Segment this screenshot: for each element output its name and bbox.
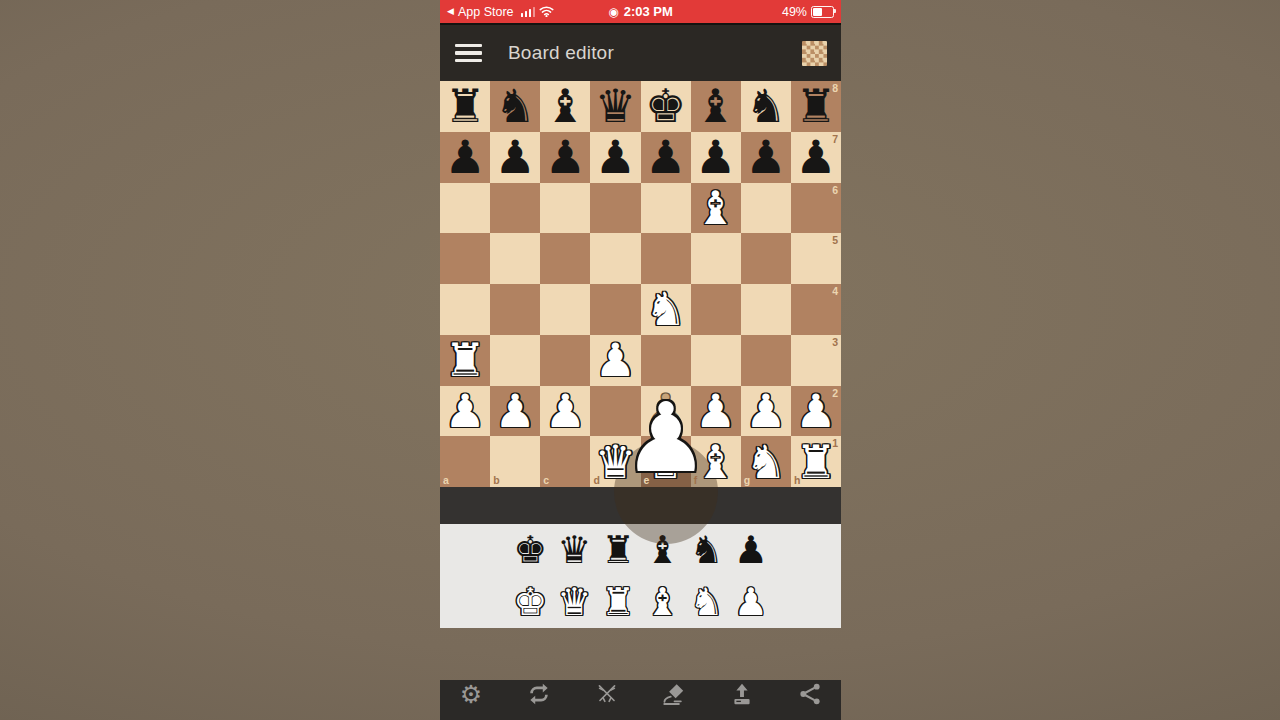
white-knight-g1[interactable]: ♞ <box>745 439 786 485</box>
square-f5[interactable] <box>691 233 741 284</box>
white-pawn-c2[interactable]: ♟ <box>545 388 586 434</box>
white-bishop-f6[interactable]: ♝ <box>695 185 736 231</box>
square-e4[interactable]: ♞ <box>641 284 691 335</box>
black-rook-a8[interactable]: ♜ <box>444 83 485 129</box>
signal-bars-icon <box>521 7 536 17</box>
square-g2[interactable]: ♟ <box>741 386 791 437</box>
square-f3[interactable] <box>691 335 741 386</box>
black-pawn-g7[interactable]: ♟ <box>745 134 786 180</box>
screen-recording-icon: ◉ <box>608 6 618 18</box>
black-pawn-b7[interactable]: ♟ <box>495 134 536 180</box>
square-e3[interactable] <box>641 335 691 386</box>
palette-white-king[interactable]: ♚ <box>513 583 547 621</box>
battery-status: 49% <box>782 5 834 19</box>
square-e8[interactable]: ♚ <box>641 81 691 132</box>
square-a5[interactable] <box>440 233 490 284</box>
battery-percent: 49% <box>782 5 807 19</box>
square-b4[interactable] <box>490 284 540 335</box>
square-h6[interactable]: 6 <box>791 183 841 234</box>
rank-label-6: 6 <box>832 185 838 196</box>
square-g3[interactable] <box>741 335 791 386</box>
square-g4[interactable] <box>741 284 791 335</box>
hamburger-menu-icon[interactable] <box>455 44 482 63</box>
square-a6[interactable] <box>440 183 490 234</box>
square-b1[interactable]: b <box>490 436 540 487</box>
square-d8[interactable]: ♛ <box>590 81 640 132</box>
palette-black-knight[interactable]: ♞ <box>690 531 724 569</box>
square-f7[interactable]: ♟ <box>691 132 741 183</box>
square-d6[interactable] <box>590 183 640 234</box>
clock: 2:03 PM <box>624 4 673 19</box>
crossed-swords-icon[interactable] <box>593 680 621 708</box>
file-label-b: b <box>493 475 499 486</box>
file-label-a: a <box>443 475 449 486</box>
square-b2[interactable]: ♟ <box>490 386 540 437</box>
square-b6[interactable] <box>490 183 540 234</box>
flip-board-icon[interactable] <box>525 680 553 708</box>
dragged-piece[interactable]: ♟ <box>606 390 726 486</box>
palette-black-rook[interactable]: ♜ <box>601 531 635 569</box>
square-f4[interactable] <box>691 284 741 335</box>
square-d5[interactable] <box>590 233 640 284</box>
phone-screen: ◀ App Store ◉ 2:03 PM 49% Board editor ♟… <box>440 0 841 720</box>
palette-white-knight[interactable]: ♞ <box>690 583 724 621</box>
black-king-e8[interactable]: ♚ <box>645 83 686 129</box>
black-pawn-e7[interactable]: ♟ <box>645 134 686 180</box>
square-b8[interactable]: ♞ <box>490 81 540 132</box>
palette-white-queen[interactable]: ♛ <box>557 583 591 621</box>
square-e7[interactable]: ♟ <box>641 132 691 183</box>
square-g5[interactable] <box>741 233 791 284</box>
square-h7[interactable]: 7♟ <box>791 132 841 183</box>
square-d4[interactable] <box>590 284 640 335</box>
wifi-icon <box>539 3 554 21</box>
battery-icon <box>811 6 834 18</box>
black-bishop-f8[interactable]: ♝ <box>695 83 736 129</box>
square-c5[interactable] <box>540 233 590 284</box>
square-a4[interactable] <box>440 284 490 335</box>
recording-time-indicator[interactable]: ◉ 2:03 PM <box>608 4 673 19</box>
square-h8[interactable]: 8♜ <box>791 81 841 132</box>
square-g7[interactable]: ♟ <box>741 132 791 183</box>
white-pawn-h2[interactable]: ♟ <box>795 388 836 434</box>
square-g8[interactable]: ♞ <box>741 81 791 132</box>
square-c8[interactable]: ♝ <box>540 81 590 132</box>
rank-label-5: 5 <box>832 235 838 246</box>
rank-label-4: 4 <box>832 286 838 297</box>
page-title: Board editor <box>508 42 614 64</box>
white-rook-h1[interactable]: ♜ <box>795 439 836 485</box>
settings-gear-icon[interactable]: ⚙ <box>457 680 485 708</box>
square-c1[interactable]: c <box>540 436 590 487</box>
square-d3[interactable]: ♟ <box>590 335 640 386</box>
square-c4[interactable] <box>540 284 590 335</box>
square-a1[interactable]: a <box>440 436 490 487</box>
square-g6[interactable] <box>741 183 791 234</box>
status-bar: ◀ App Store ◉ 2:03 PM 49% <box>440 0 841 23</box>
upload-position-icon[interactable] <box>728 680 756 708</box>
microscope-analysis-icon[interactable] <box>660 680 688 708</box>
bottom-bar: ⚙ <box>440 680 841 720</box>
black-pawn-f7[interactable]: ♟ <box>695 134 736 180</box>
share-icon[interactable] <box>796 680 824 708</box>
back-arrow-icon: ◀ <box>447 7 454 16</box>
square-h4[interactable]: 4 <box>791 284 841 335</box>
square-h2[interactable]: 2♟ <box>791 386 841 437</box>
square-b7[interactable]: ♟ <box>490 132 540 183</box>
square-h5[interactable]: 5 <box>791 233 841 284</box>
palette-black-pawn[interactable]: ♟ <box>734 531 768 569</box>
square-e5[interactable] <box>641 233 691 284</box>
app-header: Board editor <box>440 23 841 81</box>
square-b3[interactable] <box>490 335 540 386</box>
black-pawn-h7[interactable]: ♟ <box>795 134 836 180</box>
black-rook-h8[interactable]: ♜ <box>795 83 836 129</box>
square-a7[interactable]: ♟ <box>440 132 490 183</box>
black-knight-g8[interactable]: ♞ <box>745 83 786 129</box>
white-knight-e4[interactable]: ♞ <box>645 286 686 332</box>
black-queen-d8[interactable]: ♛ <box>595 83 636 129</box>
palette-white-pawn[interactable]: ♟ <box>734 583 768 621</box>
rank-label-3: 3 <box>832 337 838 348</box>
return-to-app-store[interactable]: ◀ App Store <box>447 3 554 21</box>
white-pawn-b2[interactable]: ♟ <box>495 388 536 434</box>
square-e6[interactable] <box>641 183 691 234</box>
square-f6[interactable]: ♝ <box>691 183 741 234</box>
black-pawn-c7[interactable]: ♟ <box>545 134 586 180</box>
black-knight-b8[interactable]: ♞ <box>495 83 536 129</box>
black-bishop-c8[interactable]: ♝ <box>545 83 586 129</box>
piece-palette: ♚♛♜♝♞♟ ♚♛♜♝♞♟ <box>440 524 841 628</box>
square-g1[interactable]: g♞ <box>741 436 791 487</box>
palette-white-bishop[interactable]: ♝ <box>646 583 680 621</box>
palette-white-rook[interactable]: ♜ <box>601 583 635 621</box>
square-f8[interactable]: ♝ <box>691 81 741 132</box>
square-c2[interactable]: ♟ <box>540 386 590 437</box>
white-pawn-d3[interactable]: ♟ <box>595 337 636 383</box>
app-store-label: App Store <box>458 5 514 19</box>
mini-chessboard-icon[interactable] <box>802 41 827 66</box>
square-c7[interactable]: ♟ <box>540 132 590 183</box>
chess-board[interactable]: ♟ ♜♞♝♛♚♝♞8♜♟♟♟♟♟♟♟7♟♝65♞4♜♟3♟♟♟♟♟♟2♟abcd… <box>440 81 841 487</box>
white-pawn-a2[interactable]: ♟ <box>444 388 485 434</box>
square-a2[interactable]: ♟ <box>440 386 490 437</box>
square-c3[interactable] <box>540 335 590 386</box>
square-h1[interactable]: 1h♜ <box>791 436 841 487</box>
file-label-c: c <box>543 475 549 486</box>
white-piece-palette-row: ♚♛♜♝♞♟ <box>440 576 841 628</box>
editor-toolbar: ⚙ <box>440 680 841 708</box>
black-pawn-d7[interactable]: ♟ <box>595 134 636 180</box>
square-a3[interactable]: ♜ <box>440 335 490 386</box>
white-rook-a3[interactable]: ♜ <box>444 337 485 383</box>
square-b5[interactable] <box>490 233 540 284</box>
black-pawn-a7[interactable]: ♟ <box>444 134 485 180</box>
square-h3[interactable]: 3 <box>791 335 841 386</box>
white-pawn-g2[interactable]: ♟ <box>745 388 786 434</box>
square-c6[interactable] <box>540 183 590 234</box>
square-d7[interactable]: ♟ <box>590 132 640 183</box>
square-a8[interactable]: ♜ <box>440 81 490 132</box>
palette-black-king[interactable]: ♚ <box>513 531 547 569</box>
palette-black-queen[interactable]: ♛ <box>557 531 591 569</box>
